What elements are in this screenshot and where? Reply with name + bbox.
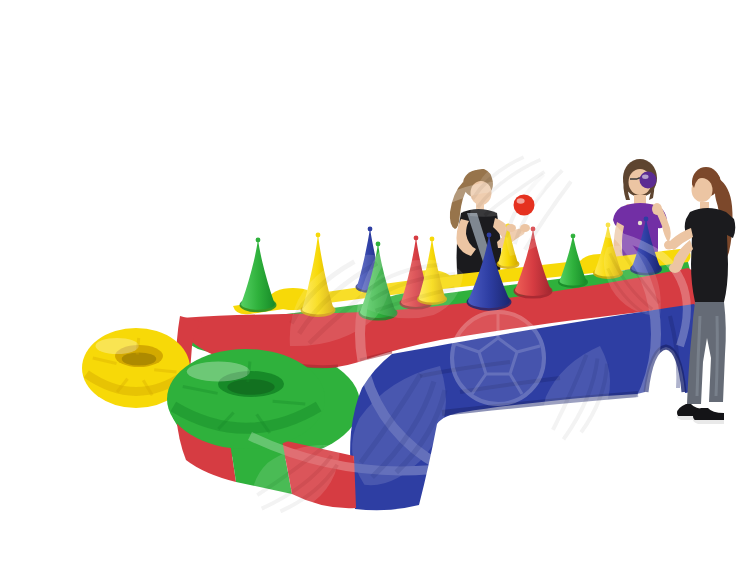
ring-body (167, 349, 325, 449)
game-ball (514, 195, 535, 216)
cone-tip (430, 237, 435, 242)
cone-tip (316, 233, 321, 238)
ring-wrinkle (137, 338, 138, 355)
girl-right-hand-lower (669, 263, 681, 273)
cone-tip (571, 234, 576, 239)
ball-highlight (642, 175, 648, 179)
girl-middle-necklace (638, 221, 642, 225)
inflatable-ring-green (167, 349, 325, 449)
photo-canvas (40, 16, 750, 562)
cone-tip (487, 233, 492, 238)
cone-tip (368, 227, 373, 232)
girl-right-hand-upper (664, 241, 674, 250)
ball-body (514, 195, 535, 216)
ball-body (640, 172, 657, 189)
ring-hole-shadow (122, 352, 157, 365)
cone-tip (414, 236, 419, 241)
cone-tip (644, 217, 649, 222)
ring-hole-shadow (227, 379, 275, 395)
ring-highlight (96, 338, 139, 354)
game-ball (640, 172, 657, 189)
cone-body (241, 239, 275, 310)
girl-left-hand-2 (520, 224, 530, 232)
cone-tip (376, 242, 381, 247)
girl-left-hand-1 (506, 224, 516, 232)
product-photo: Three girls play an inflatable hoopla ga… (40, 16, 750, 562)
ball-highlight (517, 198, 525, 203)
cone-tip (256, 238, 261, 243)
girl-right-sole-front (693, 420, 724, 424)
girl-middle-hand (652, 203, 662, 215)
inflatable-cone-green (240, 238, 277, 313)
ring-highlight (187, 362, 250, 382)
watermark-soccer-ball (452, 312, 544, 404)
